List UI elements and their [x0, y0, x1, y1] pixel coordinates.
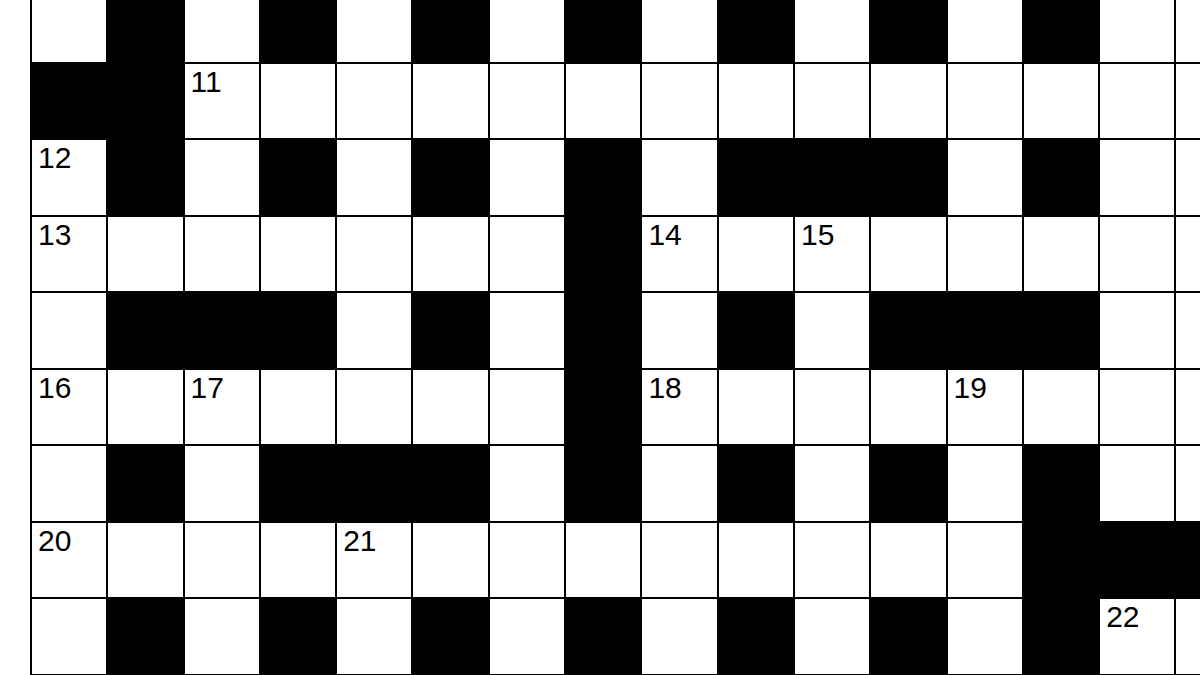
cell-r4c5[interactable] — [337, 217, 411, 292]
clue-number-15: 15 — [801, 220, 834, 250]
cell-r1c11[interactable] — [795, 0, 869, 62]
cell-r2c10[interactable] — [719, 64, 793, 139]
black-cell-r7c10 — [719, 446, 793, 521]
black-cell-r3c4 — [261, 140, 335, 215]
cell-r6c13[interactable]: 19 — [948, 370, 1022, 445]
black-cell-r3c11 — [795, 140, 869, 215]
black-cell-r5c6 — [413, 293, 487, 368]
cell-r3c15[interactable] — [1100, 140, 1174, 215]
cell-r4c13[interactable] — [948, 217, 1022, 292]
cell-r1c9[interactable] — [642, 0, 716, 62]
cell-r8c13[interactable] — [948, 523, 1022, 598]
cell-r5c9[interactable] — [642, 293, 716, 368]
clue-number-20: 20 — [38, 526, 71, 556]
black-cell-r5c8 — [566, 293, 640, 368]
black-cell-r5c12 — [871, 293, 945, 368]
cell-r6c4[interactable] — [261, 370, 335, 445]
cell-r4c7[interactable] — [490, 217, 564, 292]
black-cell-r9c12 — [871, 599, 945, 674]
cell-r6c7[interactable] — [490, 370, 564, 445]
clue-number-14: 14 — [648, 220, 681, 250]
cell-r7c11[interactable] — [795, 446, 869, 521]
cell-r6c2[interactable] — [108, 370, 182, 445]
black-cell-r5c10 — [719, 293, 793, 368]
black-cell-r5c2 — [108, 293, 182, 368]
black-cell-r9c2 — [108, 599, 182, 674]
cell-r3c1[interactable]: 12 — [32, 140, 106, 215]
black-cell-r5c13 — [948, 293, 1022, 368]
cell-r4c11[interactable]: 15 — [795, 217, 869, 292]
cell-r4c3[interactable] — [185, 217, 259, 292]
cell-r4c15[interactable] — [1100, 217, 1174, 292]
cell-r2c7[interactable] — [490, 64, 564, 139]
cell-r5c11[interactable] — [795, 293, 869, 368]
black-cell-r1c4 — [261, 0, 335, 62]
cell-r1c16[interactable] — [1176, 0, 1200, 62]
cell-r9c5[interactable] — [337, 599, 411, 674]
cell-r3c13[interactable] — [948, 140, 1022, 215]
cell-r1c1[interactable] — [32, 0, 106, 62]
cell-r9c15[interactable]: 22 — [1100, 599, 1174, 674]
black-cell-r3c14 — [1024, 140, 1098, 215]
black-cell-r7c14 — [1024, 446, 1098, 521]
black-cell-r7c2 — [108, 446, 182, 521]
clue-number-11: 11 — [191, 67, 222, 97]
cell-r2c13[interactable] — [948, 64, 1022, 139]
cell-r4c6[interactable] — [413, 217, 487, 292]
cell-r5c5[interactable] — [337, 293, 411, 368]
black-cell-r7c5 — [337, 446, 411, 521]
cell-r4c12[interactable] — [871, 217, 945, 292]
cell-r9c16[interactable] — [1176, 599, 1200, 674]
cell-r2c8[interactable] — [566, 64, 640, 139]
cell-r3c7[interactable] — [490, 140, 564, 215]
black-cell-r9c10 — [719, 599, 793, 674]
black-cell-r1c6 — [413, 0, 487, 62]
black-cell-r1c14 — [1024, 0, 1098, 62]
black-cell-r2c1 — [32, 64, 106, 139]
cell-r2c4[interactable] — [261, 64, 335, 139]
cell-r7c15[interactable] — [1100, 446, 1174, 521]
cell-r1c15[interactable] — [1100, 0, 1174, 62]
black-cell-r9c6 — [413, 599, 487, 674]
cell-r5c1[interactable] — [32, 293, 106, 368]
cell-r4c2[interactable] — [108, 217, 182, 292]
cell-r4c10[interactable] — [719, 217, 793, 292]
cell-r6c5[interactable] — [337, 370, 411, 445]
cell-r9c11[interactable] — [795, 599, 869, 674]
clue-number-22: 22 — [1106, 602, 1139, 632]
cell-r6c11[interactable] — [795, 370, 869, 445]
black-cell-r9c8 — [566, 599, 640, 674]
black-cell-r3c12 — [871, 140, 945, 215]
cell-r3c16[interactable] — [1176, 140, 1200, 215]
cell-r4c4[interactable] — [261, 217, 335, 292]
cell-r9c7[interactable] — [490, 599, 564, 674]
black-cell-r2c2 — [108, 64, 182, 139]
cell-r6c10[interactable] — [719, 370, 793, 445]
cell-r9c3[interactable] — [185, 599, 259, 674]
cell-r9c9[interactable] — [642, 599, 716, 674]
cell-r5c15[interactable] — [1100, 293, 1174, 368]
cell-r6c9[interactable]: 18 — [642, 370, 716, 445]
cell-r7c7[interactable] — [490, 446, 564, 521]
cell-r8c4[interactable] — [261, 523, 335, 598]
cell-r8c2[interactable] — [108, 523, 182, 598]
cell-r6c6[interactable] — [413, 370, 487, 445]
black-cell-r7c12 — [871, 446, 945, 521]
cell-r1c13[interactable] — [948, 0, 1022, 62]
black-cell-r9c14 — [1024, 599, 1098, 674]
cell-r8c7[interactable] — [490, 523, 564, 598]
cell-r8c10[interactable] — [719, 523, 793, 598]
cell-r5c7[interactable] — [490, 293, 564, 368]
cell-r1c3[interactable] — [185, 0, 259, 62]
cell-r8c8[interactable] — [566, 523, 640, 598]
black-cell-r3c2 — [108, 140, 182, 215]
cell-r1c7[interactable] — [490, 0, 564, 62]
cell-r8c1[interactable]: 20 — [32, 523, 106, 598]
black-cell-r5c4 — [261, 293, 335, 368]
clue-number-21: 21 — [343, 526, 376, 556]
cell-r7c16[interactable] — [1176, 446, 1200, 521]
crossword-grid: 111213141516171819202122 — [30, 0, 1200, 675]
cell-r2c11[interactable] — [795, 64, 869, 139]
cell-r2c9[interactable] — [642, 64, 716, 139]
cell-r6c12[interactable] — [871, 370, 945, 445]
cell-r9c13[interactable] — [948, 599, 1022, 674]
cell-r8c12[interactable] — [871, 523, 945, 598]
black-cell-r1c8 — [566, 0, 640, 62]
cell-r8c6[interactable] — [413, 523, 487, 598]
cell-r3c5[interactable] — [337, 140, 411, 215]
clue-number-12: 12 — [38, 143, 71, 173]
black-cell-r9c4 — [261, 599, 335, 674]
cell-r8c3[interactable] — [185, 523, 259, 598]
cell-r4c16[interactable] — [1176, 217, 1200, 292]
crossword-board: 111213141516171819202122 — [0, 0, 1200, 675]
cell-r2c15[interactable] — [1100, 64, 1174, 139]
cell-r2c14[interactable] — [1024, 64, 1098, 139]
cell-r7c9[interactable] — [642, 446, 716, 521]
black-cell-r5c3 — [185, 293, 259, 368]
black-cell-r5c14 — [1024, 293, 1098, 368]
cell-r9c1[interactable] — [32, 599, 106, 674]
cell-r8c5[interactable]: 21 — [337, 523, 411, 598]
cell-r6c16[interactable] — [1176, 370, 1200, 445]
cell-r7c1[interactable] — [32, 446, 106, 521]
cell-r2c3[interactable]: 11 — [185, 64, 259, 139]
cell-r3c3[interactable] — [185, 140, 259, 215]
black-cell-r1c2 — [108, 0, 182, 62]
black-cell-r1c12 — [871, 0, 945, 62]
clue-number-18: 18 — [648, 373, 681, 403]
black-cell-r3c10 — [719, 140, 793, 215]
cell-r6c3[interactable]: 17 — [185, 370, 259, 445]
cell-r6c1[interactable]: 16 — [32, 370, 106, 445]
clue-number-19: 19 — [954, 373, 987, 403]
cell-r7c3[interactable] — [185, 446, 259, 521]
cell-r4c14[interactable] — [1024, 217, 1098, 292]
clue-number-13: 13 — [38, 220, 71, 250]
cell-r2c6[interactable] — [413, 64, 487, 139]
cell-r2c5[interactable] — [337, 64, 411, 139]
cell-r8c9[interactable] — [642, 523, 716, 598]
cell-r2c12[interactable] — [871, 64, 945, 139]
black-cell-r3c8 — [566, 140, 640, 215]
cell-r4c1[interactable]: 13 — [32, 217, 106, 292]
cell-r5c16[interactable] — [1176, 293, 1200, 368]
cell-r1c5[interactable] — [337, 0, 411, 62]
cell-r3c9[interactable] — [642, 140, 716, 215]
clue-number-16: 16 — [38, 373, 71, 403]
cell-r7c13[interactable] — [948, 446, 1022, 521]
black-cell-r7c8 — [566, 446, 640, 521]
clue-number-17: 17 — [191, 373, 224, 403]
black-cell-r4c8 — [566, 217, 640, 292]
black-cell-r7c4 — [261, 446, 335, 521]
black-cell-r8c16 — [1176, 523, 1200, 598]
black-cell-r1c10 — [719, 0, 793, 62]
cell-r8c11[interactable] — [795, 523, 869, 598]
cell-r6c14[interactable] — [1024, 370, 1098, 445]
black-cell-r6c8 — [566, 370, 640, 445]
cell-r6c15[interactable] — [1100, 370, 1174, 445]
black-cell-r7c6 — [413, 446, 487, 521]
cell-r2c16[interactable] — [1176, 64, 1200, 139]
black-cell-r8c14 — [1024, 523, 1098, 598]
black-cell-r8c15 — [1100, 523, 1174, 598]
cell-r4c9[interactable]: 14 — [642, 217, 716, 292]
black-cell-r3c6 — [413, 140, 487, 215]
